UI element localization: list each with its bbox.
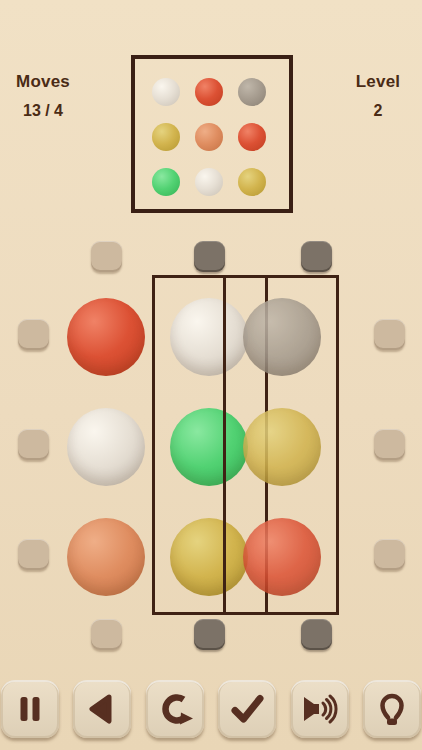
shift-button-bottom-1[interactable] [91,619,122,650]
target-ball-red [238,123,266,151]
back-button[interactable] [73,680,131,738]
target-ball-white [152,78,180,106]
level-panel: Level 2 [338,72,418,120]
check-icon [227,689,267,729]
back-icon [82,689,122,729]
shift-button-left-1[interactable] [18,319,49,350]
shift-button-left-3[interactable] [18,539,49,570]
check-button[interactable] [218,680,276,738]
restart-icon [155,689,195,729]
shift-button-right-2[interactable] [374,429,405,460]
target-pattern-box [131,55,293,213]
level-value: 2 [338,102,418,120]
moves-value: 13 / 4 [3,102,83,120]
shift-button-top-2[interactable] [194,241,225,272]
shift-button-bottom-3[interactable] [301,619,332,650]
target-ball-orange [195,123,223,151]
game-screen: Moves 13 / 4 Level 2 [0,0,422,750]
hint-button[interactable] [363,680,421,738]
shift-button-top-1[interactable] [91,241,122,272]
ball-red-r1c1[interactable] [67,298,145,376]
pause-button[interactable] [1,680,59,738]
toolbar [0,680,422,738]
pause-icon [10,689,50,729]
target-ball-white [195,168,223,196]
target-ball-gray [238,78,266,106]
ball-gray-r1c3[interactable] [243,298,321,376]
ball-red-r3c3[interactable] [243,518,321,596]
shift-button-left-2[interactable] [18,429,49,460]
moves-panel: Moves 13 / 4 [3,72,83,120]
ball-white-r2c1[interactable] [67,408,145,486]
level-label: Level [338,72,418,92]
target-ball-green [152,168,180,196]
target-ball-red [195,78,223,106]
shift-button-right-1[interactable] [374,319,405,350]
target-ball-yellow [238,168,266,196]
shift-button-bottom-2[interactable] [194,619,225,650]
bulb-icon [372,689,412,729]
ball-orange-r3c1[interactable] [67,518,145,596]
sound-button[interactable] [291,680,349,738]
restart-button[interactable] [146,680,204,738]
shift-button-top-3[interactable] [301,241,332,272]
target-ball-yellow [152,123,180,151]
moves-label: Moves [3,72,83,92]
ball-yellow-r2c3[interactable] [243,408,321,486]
shift-button-right-3[interactable] [374,539,405,570]
target-pattern-grid [135,59,289,196]
sound-icon [300,689,340,729]
